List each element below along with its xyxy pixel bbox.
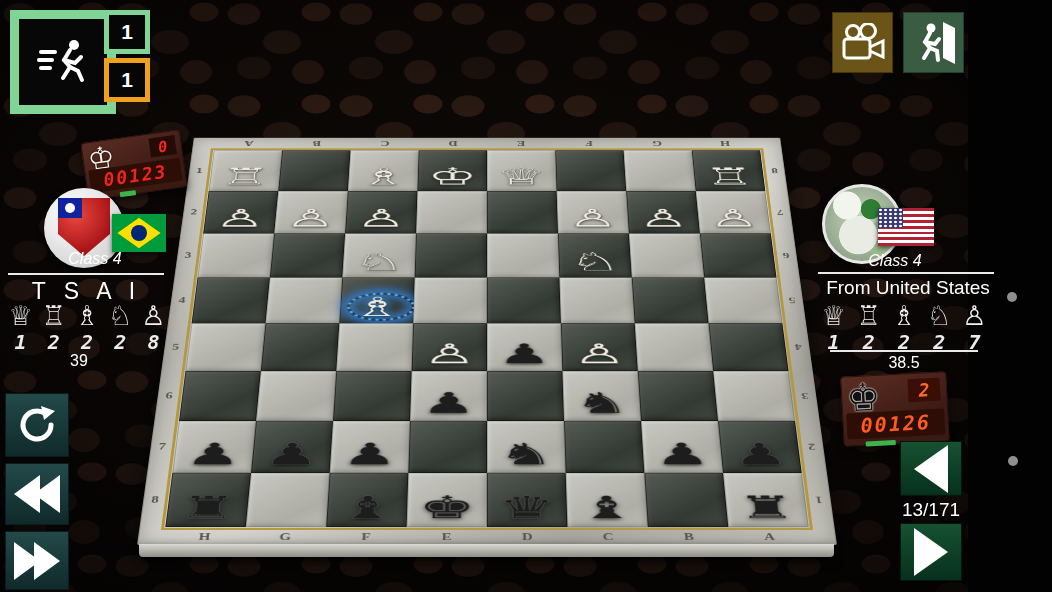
piece-white-pawn-a2[interactable]: ♙ — [697, 205, 771, 232]
left-divider — [8, 273, 164, 275]
piece-black-bishop-c8[interactable]: ♝ — [566, 490, 647, 525]
left-triangle-icon — [914, 445, 948, 493]
move-counter: 13/171 — [888, 499, 974, 521]
file-label-C: C — [567, 529, 648, 544]
piece-white-pawn-h2[interactable]: ♙ — [203, 205, 277, 232]
square-h7[interactable]: ♟ — [172, 421, 256, 473]
piece-white-queen-d1[interactable]: ♕ — [487, 163, 557, 189]
queen-icon: ♕ — [816, 302, 851, 330]
us-flag-icon — [878, 208, 934, 246]
square-a6[interactable] — [713, 371, 795, 421]
square-h2[interactable]: ♙ — [203, 191, 278, 233]
square-g5[interactable] — [261, 323, 339, 371]
square-b1[interactable] — [624, 150, 696, 191]
square-a3[interactable] — [700, 233, 777, 277]
left-player-score: 39 — [4, 352, 154, 370]
piece-black-rook-h8[interactable]: ♜ — [166, 490, 250, 525]
square-g2[interactable]: ♙ — [274, 191, 348, 233]
bishop-icon: ♗ — [886, 302, 921, 330]
left-clock-counter: 0 — [148, 135, 176, 157]
right-player-score: 38.5 — [828, 354, 980, 372]
square-f8[interactable]: ♝ — [326, 473, 408, 527]
square-c2[interactable]: ♙ — [557, 191, 629, 233]
file-label-D: D — [419, 138, 487, 149]
square-g3[interactable] — [270, 233, 345, 277]
double-left-triangles-icon — [14, 475, 60, 513]
piece-black-pawn-d5[interactable]: ♟ — [487, 339, 562, 370]
square-e8[interactable]: ♚ — [407, 473, 487, 527]
piece-black-king-e8[interactable]: ♚ — [407, 490, 487, 525]
square-b3[interactable] — [629, 233, 704, 277]
square-b6[interactable] — [638, 371, 718, 421]
piece-black-knight-c6[interactable]: ♞ — [563, 387, 641, 419]
orange-counter: 1 — [104, 58, 150, 102]
taiwan-shield-icon — [58, 198, 110, 256]
file-label-E: E — [406, 529, 487, 544]
knight-icon: ♘ — [922, 302, 957, 330]
right-divider-top — [818, 272, 994, 274]
square-e6[interactable]: ♟ — [410, 371, 487, 421]
square-h4[interactable] — [192, 278, 270, 324]
record-video-button[interactable] — [832, 12, 893, 73]
right-divider-score — [830, 350, 978, 352]
piece-black-knight-d7[interactable]: ♞ — [487, 438, 566, 471]
square-g8[interactable] — [246, 473, 330, 527]
piece-white-bishop-f1[interactable]: ♗ — [348, 163, 418, 189]
rotate-board-button[interactable] — [5, 393, 69, 457]
piece-white-rook-a1[interactable]: ♖ — [693, 163, 765, 189]
rotate-icon — [15, 403, 59, 447]
square-d4[interactable] — [487, 278, 561, 324]
pawn-icon: ♙ — [137, 302, 170, 330]
square-a5[interactable] — [709, 323, 789, 371]
square-c7[interactable] — [564, 421, 644, 473]
square-d6[interactable] — [487, 371, 564, 421]
chess-board-scene: ♖♗♔♕♖♙♙♙♙♙♙♘♘♗♙♟♙♟♞♟♟♟♞♟♟♜♝♚♛♝♜ HGFEDCBA… — [137, 73, 837, 545]
runner-icon — [37, 36, 89, 88]
piece-black-pawn-b7[interactable]: ♟ — [642, 438, 723, 471]
green-counter: 1 — [104, 10, 150, 54]
bishop-icon: ♗ — [70, 302, 103, 330]
fast-forward-button[interactable] — [5, 531, 69, 590]
square-e1[interactable]: ♔ — [417, 150, 487, 191]
right-clock-counter: 2 — [907, 378, 940, 403]
nav-dot-1[interactable] — [1007, 292, 1017, 302]
piece-white-bishop-f4[interactable]: ♗ — [339, 292, 414, 321]
square-d3[interactable] — [487, 233, 559, 277]
left-material-icons: ♕ ♖ ♗ ♘ ♙ — [4, 302, 170, 330]
board-front-edge — [139, 544, 834, 557]
right-player-class: Class 4 — [835, 252, 955, 270]
brazil-flag-icon — [112, 214, 166, 252]
square-d8[interactable]: ♛ — [487, 473, 567, 527]
square-b8[interactable] — [644, 473, 728, 527]
file-label-G: G — [623, 138, 692, 149]
square-e2[interactable] — [416, 191, 487, 233]
square-h6[interactable] — [179, 371, 261, 421]
right-material-icons: ♕ ♖ ♗ ♘ ♙ — [816, 302, 992, 330]
square-f5[interactable] — [336, 323, 413, 371]
square-f3[interactable]: ♘ — [342, 233, 416, 277]
square-f2[interactable]: ♙ — [345, 191, 417, 233]
square-g1[interactable] — [278, 150, 350, 191]
square-f1[interactable]: ♗ — [348, 150, 419, 191]
square-d2[interactable] — [487, 191, 558, 233]
piece-white-pawn-g2[interactable]: ♙ — [274, 205, 347, 232]
file-label-G: G — [244, 529, 326, 544]
piece-black-pawn-e6[interactable]: ♟ — [410, 387, 487, 419]
piece-black-pawn-h7[interactable]: ♟ — [173, 438, 255, 471]
file-label-D: D — [487, 529, 568, 544]
file-label-B: B — [648, 529, 730, 544]
piece-black-pawn-f7[interactable]: ♟ — [330, 438, 410, 471]
square-h3[interactable] — [198, 233, 275, 277]
square-c4[interactable] — [559, 278, 634, 324]
square-d1[interactable]: ♕ — [487, 150, 557, 191]
piece-white-pawn-e5[interactable]: ♙ — [412, 339, 487, 370]
square-h1[interactable]: ♖ — [209, 150, 283, 191]
green-counter-value: 1 — [121, 20, 133, 44]
exit-icon — [911, 20, 957, 66]
square-c1[interactable] — [555, 150, 626, 191]
square-b7[interactable]: ♟ — [641, 421, 723, 473]
piece-white-rook-h1[interactable]: ♖ — [209, 163, 281, 189]
rank-label-8: 8 — [763, 150, 787, 191]
next-move-button[interactable] — [900, 523, 962, 581]
square-b5[interactable] — [635, 323, 713, 371]
piece-white-knight-c3[interactable]: ♘ — [558, 248, 631, 276]
file-label-F: F — [555, 138, 624, 149]
square-a7[interactable]: ♟ — [718, 421, 802, 473]
piece-white-pawn-c5[interactable]: ♙ — [561, 339, 637, 370]
square-h5[interactable] — [185, 323, 265, 371]
square-a8[interactable]: ♜ — [723, 473, 809, 527]
square-a2[interactable]: ♙ — [696, 191, 771, 233]
square-f7[interactable]: ♟ — [330, 421, 410, 473]
square-h8[interactable]: ♜ — [165, 473, 251, 527]
file-label-C: C — [351, 138, 420, 149]
square-a4[interactable] — [704, 278, 782, 324]
square-f6[interactable] — [333, 371, 412, 421]
file-label-F: F — [325, 529, 406, 544]
left-player-class: Class 4 — [20, 250, 170, 268]
nav-dot-2[interactable] — [1008, 456, 1018, 466]
rook-icon: ♖ — [37, 302, 70, 330]
left-material-counts: 1 2 2 2 8 — [4, 330, 170, 354]
right-clock-time: 00126 — [846, 408, 945, 439]
square-g4[interactable] — [265, 278, 342, 324]
file-label-H: H — [691, 138, 760, 149]
previous-move-button[interactable] — [900, 441, 962, 496]
square-e4[interactable] — [413, 278, 487, 324]
piece-black-pawn-a7[interactable]: ♟ — [720, 438, 802, 471]
square-c5[interactable]: ♙ — [561, 323, 638, 371]
square-c6[interactable]: ♞ — [562, 371, 641, 421]
square-e5[interactable]: ♙ — [412, 323, 487, 371]
double-right-triangles-icon — [14, 542, 60, 580]
file-label-A: A — [214, 138, 283, 149]
rewind-button[interactable] — [5, 463, 69, 525]
square-b4[interactable] — [632, 278, 709, 324]
piece-white-king-e1[interactable]: ♔ — [417, 163, 487, 189]
speed-mode-button[interactable] — [10, 10, 116, 114]
piece-white-pawn-f2[interactable]: ♙ — [345, 205, 417, 232]
piece-black-bishop-f8[interactable]: ♝ — [326, 490, 407, 525]
square-c3[interactable]: ♘ — [558, 233, 632, 277]
file-label-A: A — [728, 529, 810, 544]
camera-icon — [840, 23, 886, 63]
orange-counter-value: 1 — [121, 68, 133, 92]
file-label-B: B — [282, 138, 351, 149]
square-f4[interactable]: ♗ — [339, 278, 414, 324]
square-d7[interactable]: ♞ — [487, 421, 566, 473]
rank-label-7: 7 — [768, 191, 793, 233]
file-labels-top: HGFEDCBA — [214, 138, 760, 149]
piece-black-queen-d8[interactable]: ♛ — [487, 490, 567, 525]
square-d5[interactable]: ♟ — [487, 323, 562, 371]
piece-white-pawn-b2[interactable]: ♙ — [627, 205, 700, 232]
square-b2[interactable]: ♙ — [626, 191, 700, 233]
right-triangle-icon — [914, 528, 948, 576]
chess-board-3d: ♖♗♔♕♖♙♙♙♙♙♙♘♘♗♙♟♙♟♞♟♟♟♞♟♟♜♝♚♛♝♜ HGFEDCBA… — [137, 138, 837, 545]
square-e3[interactable] — [415, 233, 487, 277]
piece-black-rook-a8[interactable]: ♜ — [725, 490, 809, 525]
square-g6[interactable] — [256, 371, 336, 421]
piece-white-pawn-c2[interactable]: ♙ — [557, 205, 629, 232]
square-a1[interactable]: ♖ — [692, 150, 766, 191]
knight-icon: ♘ — [104, 302, 137, 330]
pawn-icon: ♙ — [957, 302, 992, 330]
square-e7[interactable] — [408, 421, 487, 473]
piece-white-knight-f3[interactable]: ♘ — [342, 248, 415, 276]
file-labels-bottom: HGFEDCBA — [163, 529, 811, 544]
square-g7[interactable]: ♟ — [251, 421, 333, 473]
right-player-from: From United States — [810, 277, 1006, 299]
right-player-clock: ♚ 2 00126 — [840, 371, 950, 446]
file-label-H: H — [163, 529, 245, 544]
file-label-E: E — [487, 138, 555, 149]
square-c8[interactable]: ♝ — [566, 473, 648, 527]
exit-button[interactable] — [903, 12, 964, 73]
piece-black-pawn-g7[interactable]: ♟ — [251, 438, 332, 471]
rook-icon: ♖ — [851, 302, 886, 330]
chess-board-grid: ♖♗♔♕♖♙♙♙♙♙♙♘♘♗♙♟♙♟♞♟♟♟♞♟♟♜♝♚♛♝♜ — [165, 150, 808, 527]
queen-icon: ♕ — [4, 302, 37, 330]
